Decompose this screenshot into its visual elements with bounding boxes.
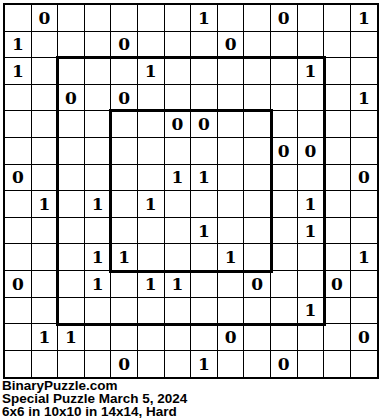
cell-r4c13[interactable] — [324, 85, 351, 112]
cell-r6c12[interactable]: 0 — [298, 138, 325, 165]
cell-r12c10[interactable] — [244, 298, 271, 325]
cell-r4c1[interactable] — [5, 85, 32, 112]
cell-r2c2[interactable] — [32, 32, 59, 59]
cell-r13c2[interactable]: 1 — [32, 324, 59, 351]
cell-r8c3[interactable] — [58, 191, 85, 218]
cell-r4c8[interactable] — [191, 85, 218, 112]
cell-r12c12[interactable]: 1 — [298, 298, 325, 325]
cell-r9c5[interactable] — [111, 218, 138, 245]
cell-r5c2[interactable] — [32, 111, 59, 138]
cell-r13c11[interactable] — [271, 324, 298, 351]
cell-r2c12[interactable] — [298, 32, 325, 59]
cell-r9c11[interactable] — [271, 218, 298, 245]
footer: BinaryPuzzle.com Special Puzzle March 5,… — [2, 379, 187, 419]
cell-r5c8[interactable]: 0 — [191, 111, 218, 138]
cell-r11c11[interactable] — [271, 271, 298, 298]
cell-r10c5[interactable]: 1 — [111, 244, 138, 271]
cell-r11c9[interactable] — [218, 271, 245, 298]
cell-r13c14[interactable]: 0 — [351, 324, 378, 351]
cell-r7c10[interactable] — [244, 165, 271, 192]
cell-r10c11[interactable] — [271, 244, 298, 271]
cell-r9c14[interactable] — [351, 218, 378, 245]
cell-r1c9[interactable] — [218, 5, 245, 32]
cell-r7c6[interactable] — [138, 165, 165, 192]
cell-r7c7[interactable]: 1 — [165, 165, 192, 192]
cell-r2c13[interactable] — [324, 32, 351, 59]
cell-r8c1[interactable] — [5, 191, 32, 218]
cell-r14c13[interactable] — [324, 351, 351, 378]
cell-r13c4[interactable] — [85, 324, 112, 351]
cell-r9c3[interactable] — [58, 218, 85, 245]
cell-r5c4[interactable] — [85, 111, 112, 138]
cell-r10c10[interactable] — [244, 244, 271, 271]
cell-r8c7[interactable] — [165, 191, 192, 218]
cell-r14c11[interactable]: 0 — [271, 351, 298, 378]
cell-r11c2[interactable] — [32, 271, 59, 298]
cell-r6c7[interactable] — [165, 138, 192, 165]
cell-r9c1[interactable] — [5, 218, 32, 245]
cell-r6c11[interactable]: 0 — [271, 138, 298, 165]
cell-r2c6[interactable] — [138, 32, 165, 59]
cell-r4c7[interactable] — [165, 85, 192, 112]
cell-r7c13[interactable] — [324, 165, 351, 192]
cell-r10c12[interactable] — [298, 244, 325, 271]
cell-r2c3[interactable] — [58, 32, 85, 59]
cell-r5c1[interactable] — [5, 111, 32, 138]
cell-r5c9[interactable] — [218, 111, 245, 138]
cell-r7c3[interactable] — [58, 165, 85, 192]
cell-r2c5[interactable]: 0 — [111, 32, 138, 59]
cell-r8c13[interactable] — [324, 191, 351, 218]
cell-r5c7[interactable]: 0 — [165, 111, 192, 138]
cell-r10c7[interactable] — [165, 244, 192, 271]
cell-r11c3[interactable] — [58, 271, 85, 298]
cell-r4c3[interactable]: 0 — [58, 85, 85, 112]
cell-r4c9[interactable] — [218, 85, 245, 112]
cell-r13c10[interactable] — [244, 324, 271, 351]
cell-r9c4[interactable] — [85, 218, 112, 245]
cell-r14c7[interactable] — [165, 351, 192, 378]
cell-r3c12[interactable]: 1 — [298, 58, 325, 85]
cell-r5c11[interactable] — [271, 111, 298, 138]
cell-r14c3[interactable] — [58, 351, 85, 378]
cell-r14c1[interactable] — [5, 351, 32, 378]
cell-r9c2[interactable] — [32, 218, 59, 245]
cell-r6c2[interactable] — [32, 138, 59, 165]
cell-r13c9[interactable]: 0 — [218, 324, 245, 351]
cell-r11c6[interactable]: 1 — [138, 271, 165, 298]
cell-r11c5[interactable] — [111, 271, 138, 298]
cell-r11c14[interactable] — [351, 271, 378, 298]
cell-r11c13[interactable]: 0 — [324, 271, 351, 298]
cell-r14c5[interactable]: 0 — [111, 351, 138, 378]
cell-r13c12[interactable] — [298, 324, 325, 351]
cell-r1c12[interactable] — [298, 5, 325, 32]
cell-r11c8[interactable] — [191, 271, 218, 298]
cell-r12c14[interactable] — [351, 298, 378, 325]
cell-r13c8[interactable] — [191, 324, 218, 351]
puzzle-spec-difficulty: 6x6 in 10x10 in 14x14, Hard — [2, 405, 187, 418]
cell-r2c14[interactable] — [351, 32, 378, 59]
cell-r2c1[interactable]: 1 — [5, 32, 32, 59]
cell-r14c9[interactable] — [218, 351, 245, 378]
cell-r2c10[interactable] — [244, 32, 271, 59]
cell-r2c11[interactable] — [271, 32, 298, 59]
cell-r8c12[interactable]: 1 — [298, 191, 325, 218]
cell-r3c5[interactable] — [111, 58, 138, 85]
cell-r13c1[interactable] — [5, 324, 32, 351]
cell-r6c3[interactable] — [58, 138, 85, 165]
cell-r1c6[interactable] — [138, 5, 165, 32]
cell-r13c7[interactable] — [165, 324, 192, 351]
binary-puzzle-board: 0101100111001000001101111111111011100111… — [3, 3, 379, 379]
cell-r1c8[interactable]: 1 — [191, 5, 218, 32]
cell-r12c13[interactable] — [324, 298, 351, 325]
cell-r9c12[interactable]: 1 — [298, 218, 325, 245]
cell-r14c8[interactable]: 1 — [191, 351, 218, 378]
cell-r12c5[interactable] — [111, 298, 138, 325]
cell-r8c6[interactable]: 1 — [138, 191, 165, 218]
cell-r8c2[interactable]: 1 — [32, 191, 59, 218]
cell-r6c4[interactable] — [85, 138, 112, 165]
cell-r8c10[interactable] — [244, 191, 271, 218]
cell-r4c10[interactable] — [244, 85, 271, 112]
cell-r6c14[interactable] — [351, 138, 378, 165]
cell-r9c9[interactable] — [218, 218, 245, 245]
cell-r12c2[interactable] — [32, 298, 59, 325]
cell-r12c9[interactable] — [218, 298, 245, 325]
cell-r10c6[interactable] — [138, 244, 165, 271]
cell-r1c10[interactable] — [244, 5, 271, 32]
cell-r4c4[interactable] — [85, 85, 112, 112]
cell-r6c1[interactable] — [5, 138, 32, 165]
cell-r9c7[interactable] — [165, 218, 192, 245]
cell-r11c1[interactable]: 0 — [5, 271, 32, 298]
cell-r3c1[interactable]: 1 — [5, 58, 32, 85]
cell-r7c5[interactable] — [111, 165, 138, 192]
cell-r10c13[interactable] — [324, 244, 351, 271]
cell-r5c6[interactable] — [138, 111, 165, 138]
cell-r5c10[interactable] — [244, 111, 271, 138]
cell-r8c8[interactable] — [191, 191, 218, 218]
cell-r4c5[interactable]: 0 — [111, 85, 138, 112]
cell-r7c4[interactable] — [85, 165, 112, 192]
cell-r9c10[interactable] — [244, 218, 271, 245]
cell-r14c4[interactable] — [85, 351, 112, 378]
cell-r6c6[interactable] — [138, 138, 165, 165]
cell-r5c5[interactable] — [111, 111, 138, 138]
cell-r6c13[interactable] — [324, 138, 351, 165]
cell-r2c9[interactable]: 0 — [218, 32, 245, 59]
cell-r11c10[interactable]: 0 — [244, 271, 271, 298]
cell-r1c4[interactable] — [85, 5, 112, 32]
cell-r13c13[interactable] — [324, 324, 351, 351]
cell-r12c3[interactable] — [58, 298, 85, 325]
cell-r3c3[interactable] — [58, 58, 85, 85]
cell-r13c3[interactable]: 1 — [58, 324, 85, 351]
cell-r3c6[interactable]: 1 — [138, 58, 165, 85]
cell-r12c7[interactable] — [165, 298, 192, 325]
cell-r6c5[interactable] — [111, 138, 138, 165]
cell-r10c9[interactable]: 1 — [218, 244, 245, 271]
cell-r1c3[interactable] — [58, 5, 85, 32]
cell-r14c14[interactable] — [351, 351, 378, 378]
cell-r8c11[interactable] — [271, 191, 298, 218]
cell-r3c13[interactable] — [324, 58, 351, 85]
cell-r8c14[interactable] — [351, 191, 378, 218]
cell-r5c13[interactable] — [324, 111, 351, 138]
cell-r12c8[interactable] — [191, 298, 218, 325]
cell-r8c4[interactable]: 1 — [85, 191, 112, 218]
cell-r7c2[interactable] — [32, 165, 59, 192]
cell-r10c14[interactable]: 1 — [351, 244, 378, 271]
cell-r4c12[interactable] — [298, 85, 325, 112]
cell-r3c2[interactable] — [32, 58, 59, 85]
cell-r1c14[interactable]: 1 — [351, 5, 378, 32]
cell-r11c4[interactable]: 1 — [85, 271, 112, 298]
cell-r11c7[interactable]: 1 — [165, 271, 192, 298]
cell-r5c14[interactable] — [351, 111, 378, 138]
cell-r14c12[interactable] — [298, 351, 325, 378]
cell-r8c5[interactable] — [111, 191, 138, 218]
cell-r12c1[interactable] — [5, 298, 32, 325]
cell-r13c6[interactable] — [138, 324, 165, 351]
cell-r4c11[interactable] — [271, 85, 298, 112]
cell-r6c9[interactable] — [218, 138, 245, 165]
cell-r5c3[interactable] — [58, 111, 85, 138]
cell-r12c11[interactable] — [271, 298, 298, 325]
cell-r1c5[interactable] — [111, 5, 138, 32]
cell-r11c12[interactable] — [298, 271, 325, 298]
cell-r12c6[interactable] — [138, 298, 165, 325]
cell-r6c10[interactable] — [244, 138, 271, 165]
cell-r9c8[interactable]: 1 — [191, 218, 218, 245]
cell-r1c7[interactable] — [165, 5, 192, 32]
cell-r7c1[interactable]: 0 — [5, 165, 32, 192]
cell-r1c2[interactable]: 0 — [32, 5, 59, 32]
cell-r7c12[interactable] — [298, 165, 325, 192]
cell-r3c8[interactable] — [191, 58, 218, 85]
cell-r1c13[interactable] — [324, 5, 351, 32]
cell-r2c4[interactable] — [85, 32, 112, 59]
cell-r10c1[interactable] — [5, 244, 32, 271]
cell-r3c10[interactable] — [244, 58, 271, 85]
cell-r3c11[interactable] — [271, 58, 298, 85]
cell-r8c9[interactable] — [218, 191, 245, 218]
cell-r3c14[interactable] — [351, 58, 378, 85]
cell-r12c4[interactable] — [85, 298, 112, 325]
cell-r7c14[interactable]: 0 — [351, 165, 378, 192]
cell-r14c10[interactable] — [244, 351, 271, 378]
cell-r2c8[interactable] — [191, 32, 218, 59]
cell-r6c8[interactable] — [191, 138, 218, 165]
cell-r1c11[interactable]: 0 — [271, 5, 298, 32]
cell-r10c4[interactable]: 1 — [85, 244, 112, 271]
cell-r9c6[interactable] — [138, 218, 165, 245]
cell-r14c2[interactable] — [32, 351, 59, 378]
cell-r10c8[interactable] — [191, 244, 218, 271]
cell-r5c12[interactable] — [298, 111, 325, 138]
cell-r7c8[interactable]: 1 — [191, 165, 218, 192]
cell-r14c6[interactable] — [138, 351, 165, 378]
cell-r2c7[interactable] — [165, 32, 192, 59]
cell-r13c5[interactable] — [111, 324, 138, 351]
cell-r4c14[interactable]: 1 — [351, 85, 378, 112]
cell-r9c13[interactable] — [324, 218, 351, 245]
cell-r1c1[interactable] — [5, 5, 32, 32]
cell-r4c2[interactable] — [32, 85, 59, 112]
cell-r3c7[interactable] — [165, 58, 192, 85]
cell-r7c9[interactable] — [218, 165, 245, 192]
cell-r10c3[interactable] — [58, 244, 85, 271]
cell-r3c4[interactable] — [85, 58, 112, 85]
cell-r10c2[interactable] — [32, 244, 59, 271]
cell-r4c6[interactable] — [138, 85, 165, 112]
cell-r3c9[interactable] — [218, 58, 245, 85]
cell-r7c11[interactable] — [271, 165, 298, 192]
